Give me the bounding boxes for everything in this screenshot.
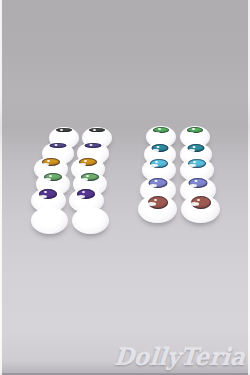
eye-iris [191, 196, 211, 209]
eye-pair-row [138, 195, 220, 223]
doll-eye [181, 195, 220, 223]
iris-highlight [192, 128, 195, 130]
iris-highlight [157, 146, 160, 148]
eye-iris [188, 144, 205, 152]
iris-highlight [155, 161, 158, 163]
eye-group-right [0, 0, 250, 375]
doll-eye [138, 195, 177, 223]
iris-highlight [193, 161, 196, 163]
product-photo: DollyTeria [0, 0, 250, 375]
eye-iris [149, 178, 168, 188]
eye-iris [187, 127, 203, 133]
eye-iris [153, 127, 169, 133]
eye-iris [152, 144, 169, 152]
eye-iris [150, 159, 168, 168]
iris-highlight [194, 180, 197, 182]
iris-highlight [154, 199, 157, 201]
eye-iris [188, 159, 206, 168]
watermark: DollyTeria [113, 345, 246, 368]
iris-highlight [193, 146, 196, 148]
eye-iris [189, 178, 208, 188]
iris-highlight [197, 199, 200, 201]
eye-iris [148, 196, 168, 209]
iris-highlight [158, 128, 161, 130]
iris-highlight [154, 180, 157, 182]
